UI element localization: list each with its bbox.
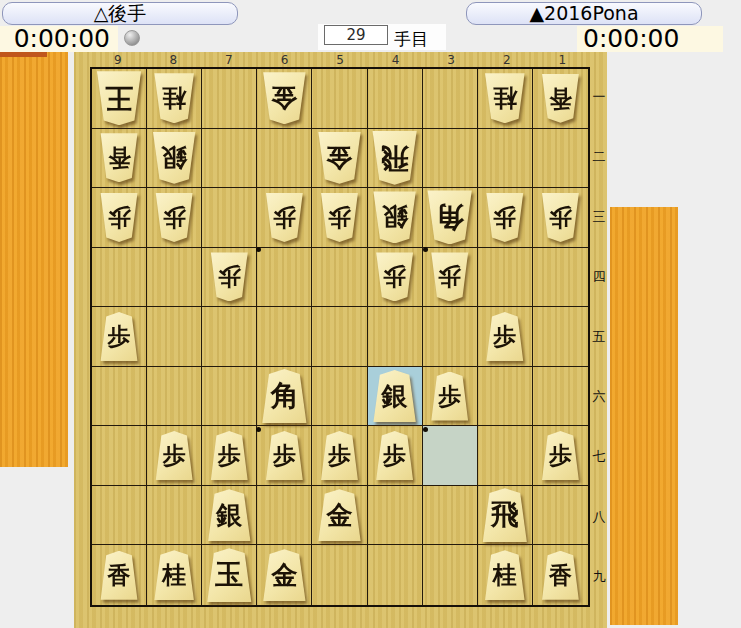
piece-kanji: 歩	[163, 444, 186, 467]
piece-kanji: 歩	[218, 444, 241, 467]
sente-piece-body: 桂	[153, 550, 196, 600]
gote-piece-body: 歩	[154, 193, 194, 242]
square-59[interactable]	[312, 545, 367, 605]
rank-label-9: 九	[591, 547, 607, 607]
piece-kanji: 銀	[161, 145, 187, 171]
square-12[interactable]	[533, 129, 588, 189]
gote-piece-body: 金	[316, 132, 362, 184]
file-label-3: 3	[423, 54, 479, 66]
file-coordinate-labels: 987654321	[90, 54, 590, 66]
square-89[interactable]: 桂	[147, 545, 202, 605]
rank-label-5: 五	[591, 307, 607, 367]
piece-gote-歩[interactable]: 歩	[430, 252, 470, 301]
gote-piece-body: 歩	[99, 193, 139, 242]
sente-piece-body: 香	[99, 551, 139, 600]
file-label-6: 6	[257, 54, 313, 66]
piece-gote-王[interactable]: 王	[95, 71, 143, 125]
piece-kanji: 金	[271, 85, 297, 111]
square-93[interactable]: 歩	[92, 188, 147, 248]
piece-sente-歩[interactable]: 歩	[154, 431, 194, 480]
gote-piece-body: 歩	[319, 193, 359, 242]
piece-kanji: 角	[270, 382, 298, 410]
piece-gote-金[interactable]: 金	[261, 72, 307, 124]
square-36[interactable]: 歩	[423, 367, 478, 427]
gote-piece-body: 香	[99, 133, 139, 182]
piece-gote-歩[interactable]: 歩	[375, 252, 415, 301]
piece-kanji: 角	[436, 203, 464, 231]
star-point	[423, 247, 428, 252]
piece-kanji: 香	[549, 564, 572, 587]
gote-piece-body: 銀	[151, 132, 197, 184]
sente-piece-body: 玉	[205, 548, 253, 602]
square-56[interactable]	[312, 367, 367, 427]
rank-label-7: 七	[591, 427, 607, 487]
piece-kanji: 銀	[382, 204, 408, 230]
piece-kanji: 歩	[493, 206, 516, 229]
piece-gote-歩[interactable]: 歩	[319, 193, 359, 242]
square-63[interactable]: 歩	[257, 188, 312, 248]
sente-piece-body: 銀	[372, 370, 418, 422]
square-58[interactable]: 金	[312, 486, 367, 546]
square-76[interactable]	[202, 367, 257, 427]
piece-kanji: 桂	[493, 563, 517, 587]
piece-kanji: 歩	[383, 444, 406, 467]
board-grid: 王桂金桂香香銀金飛歩歩歩歩銀角歩歩歩歩歩歩歩角銀歩歩歩歩歩歩歩銀金飛香桂玉金桂香	[90, 67, 590, 607]
square-94[interactable]	[92, 248, 147, 308]
piece-kanji: 飛	[381, 144, 409, 172]
square-74[interactable]: 歩	[202, 248, 257, 308]
piece-sente-歩[interactable]: 歩	[264, 431, 304, 480]
piece-sente-香[interactable]: 香	[540, 551, 580, 600]
piece-kanji: 桂	[162, 86, 186, 110]
square-64[interactable]	[257, 248, 312, 308]
square-54[interactable]	[312, 248, 367, 308]
gote-piece-stand[interactable]	[0, 52, 68, 467]
sente-piece-body: 歩	[209, 431, 249, 480]
gote-piece-body: 銀	[372, 191, 418, 243]
piece-sente-歩[interactable]: 歩	[430, 372, 470, 421]
square-32[interactable]	[423, 129, 478, 189]
piece-kanji: 歩	[438, 385, 461, 408]
square-41[interactable]	[368, 69, 423, 129]
square-15[interactable]	[533, 307, 588, 367]
move-counter-label: 手目	[394, 29, 428, 49]
rank-coordinate-labels: 一二三四五六七八九	[591, 67, 607, 607]
piece-gote-歩[interactable]: 歩	[154, 193, 194, 242]
sente-piece-body: 角	[260, 369, 308, 423]
move-number-display: 29	[324, 25, 388, 45]
piece-kanji: 歩	[163, 206, 186, 229]
square-13[interactable]: 歩	[533, 188, 588, 248]
piece-kanji: 歩	[108, 325, 131, 348]
gote-piece-body: 桂	[153, 73, 196, 123]
piece-kanji: 香	[108, 564, 131, 587]
piece-kanji: 銀	[382, 383, 408, 409]
piece-gote-桂[interactable]: 桂	[483, 73, 526, 123]
shogi-app-window: △後手 ▲2016Pona 0:00:00 0:00:00 29 手目 9876…	[0, 0, 741, 628]
file-label-8: 8	[146, 54, 202, 66]
square-92[interactable]: 香	[92, 129, 147, 189]
sente-piece-body: 歩	[99, 312, 139, 361]
sente-name-plate: ▲2016Pona	[466, 2, 702, 25]
square-66[interactable]: 角	[257, 367, 312, 427]
square-83[interactable]: 歩	[147, 188, 202, 248]
square-44[interactable]: 歩	[368, 248, 423, 308]
square-35[interactable]	[423, 307, 478, 367]
square-29[interactable]: 桂	[478, 545, 533, 605]
piece-sente-角[interactable]: 角	[260, 369, 308, 423]
square-61[interactable]: 金	[257, 69, 312, 129]
piece-kanji: 歩	[438, 265, 461, 288]
piece-gote-角[interactable]: 角	[426, 190, 474, 244]
square-38[interactable]	[423, 486, 478, 546]
gote-piece-body: 歩	[485, 193, 525, 242]
file-label-7: 7	[201, 54, 257, 66]
piece-sente-玉[interactable]: 玉	[205, 548, 253, 602]
piece-kanji: 歩	[273, 206, 296, 229]
sente-piece-body: 桂	[483, 550, 526, 600]
square-87[interactable]: 歩	[147, 426, 202, 486]
square-79[interactable]: 玉	[202, 545, 257, 605]
gote-piece-body: 歩	[264, 193, 304, 242]
square-73[interactable]	[202, 188, 257, 248]
piece-kanji: 飛	[491, 501, 519, 529]
rank-label-3: 三	[591, 187, 607, 247]
square-21[interactable]: 桂	[478, 69, 533, 129]
file-label-9: 9	[90, 54, 146, 66]
square-65[interactable]	[257, 307, 312, 367]
sente-piece-body: 金	[316, 489, 362, 541]
piece-kanji: 歩	[549, 444, 572, 467]
square-67[interactable]: 歩	[257, 426, 312, 486]
piece-sente-歩[interactable]: 歩	[540, 431, 580, 480]
square-96[interactable]	[92, 367, 147, 427]
square-46[interactable]: 銀	[368, 367, 423, 427]
gote-piece-body: 香	[540, 74, 580, 123]
sente-piece-body: 歩	[375, 431, 415, 480]
piece-sente-桂[interactable]: 桂	[483, 550, 526, 600]
square-18[interactable]	[533, 486, 588, 546]
piece-kanji: 歩	[383, 265, 406, 288]
square-71[interactable]	[202, 69, 257, 129]
square-72[interactable]	[202, 129, 257, 189]
square-77[interactable]: 歩	[202, 426, 257, 486]
star-point	[256, 427, 261, 432]
square-57[interactable]: 歩	[312, 426, 367, 486]
rank-label-2: 二	[591, 127, 607, 187]
square-86[interactable]	[147, 367, 202, 427]
square-68[interactable]	[257, 486, 312, 546]
piece-gote-銀[interactable]: 銀	[151, 132, 197, 184]
piece-kanji: 歩	[273, 444, 296, 467]
sente-piece-body: 歩	[485, 312, 525, 361]
piece-stand-edge	[0, 52, 47, 57]
piece-sente-歩[interactable]: 歩	[485, 312, 525, 361]
turn-indicator-lamp-icon	[124, 30, 140, 46]
sente-clock: 0:00:00	[577, 26, 723, 52]
gote-piece-body: 歩	[209, 252, 249, 301]
square-24[interactable]	[478, 248, 533, 308]
sente-piece-stand[interactable]	[610, 207, 678, 625]
square-91[interactable]: 王	[92, 69, 147, 129]
square-69[interactable]: 金	[257, 545, 312, 605]
piece-kanji: 歩	[328, 444, 351, 467]
piece-sente-銀[interactable]: 銀	[206, 489, 252, 541]
sente-piece-body: 歩	[154, 431, 194, 480]
rank-label-1: 一	[591, 67, 607, 127]
square-47[interactable]: 歩	[368, 426, 423, 486]
piece-kanji: 桂	[162, 563, 186, 587]
gote-piece-body: 歩	[430, 252, 470, 301]
rank-label-8: 八	[591, 487, 607, 547]
piece-sente-金[interactable]: 金	[316, 489, 362, 541]
piece-sente-銀[interactable]: 銀	[372, 370, 418, 422]
square-48[interactable]	[368, 486, 423, 546]
square-19[interactable]: 香	[533, 545, 588, 605]
gote-piece-body: 飛	[371, 131, 419, 185]
star-point	[423, 427, 428, 432]
square-33[interactable]: 角	[423, 188, 478, 248]
square-82[interactable]: 銀	[147, 129, 202, 189]
square-85[interactable]	[147, 307, 202, 367]
piece-kanji: 金	[326, 145, 352, 171]
piece-gote-香[interactable]: 香	[540, 74, 580, 123]
gote-piece-body: 歩	[540, 193, 580, 242]
piece-gote-歩[interactable]: 歩	[264, 193, 304, 242]
piece-kanji: 金	[326, 502, 352, 528]
square-97[interactable]	[92, 426, 147, 486]
piece-kanji: 香	[108, 146, 131, 169]
square-31[interactable]	[423, 69, 478, 129]
square-75[interactable]	[202, 307, 257, 367]
square-16[interactable]	[533, 367, 588, 427]
gote-piece-body: 桂	[483, 73, 526, 123]
piece-kanji: 桂	[493, 86, 517, 110]
square-53[interactable]: 歩	[312, 188, 367, 248]
piece-kanji: 香	[549, 87, 572, 110]
file-label-1: 1	[535, 54, 591, 66]
square-84[interactable]	[147, 248, 202, 308]
square-25[interactable]: 歩	[478, 307, 533, 367]
piece-gote-香[interactable]: 香	[99, 133, 139, 182]
square-62[interactable]	[257, 129, 312, 189]
piece-kanji: 玉	[215, 561, 243, 589]
piece-kanji: 王	[105, 84, 133, 112]
square-88[interactable]	[147, 486, 202, 546]
square-52[interactable]: 金	[312, 129, 367, 189]
rank-label-6: 六	[591, 367, 607, 427]
gote-piece-body: 歩	[375, 252, 415, 301]
square-55[interactable]	[312, 307, 367, 367]
piece-kanji: 歩	[218, 265, 241, 288]
square-99[interactable]: 香	[92, 545, 147, 605]
sente-piece-body: 歩	[319, 431, 359, 480]
piece-sente-桂[interactable]: 桂	[153, 550, 196, 600]
square-95[interactable]: 歩	[92, 307, 147, 367]
gote-piece-body: 金	[261, 72, 307, 124]
star-point	[256, 247, 261, 252]
square-34[interactable]: 歩	[423, 248, 478, 308]
piece-gote-金[interactable]: 金	[316, 132, 362, 184]
file-label-5: 5	[312, 54, 368, 66]
square-45[interactable]	[368, 307, 423, 367]
gote-piece-body: 王	[95, 71, 143, 125]
square-11[interactable]: 香	[533, 69, 588, 129]
piece-kanji: 歩	[549, 206, 572, 229]
piece-kanji: 歩	[108, 206, 131, 229]
piece-gote-銀[interactable]: 銀	[372, 191, 418, 243]
gote-name-label: △後手	[94, 4, 147, 23]
piece-sente-歩[interactable]: 歩	[319, 431, 359, 480]
sente-name-label: ▲2016Pona	[529, 4, 638, 23]
piece-gote-歩[interactable]: 歩	[485, 193, 525, 242]
square-98[interactable]	[92, 486, 147, 546]
piece-kanji: 銀	[216, 502, 242, 528]
piece-gote-歩[interactable]: 歩	[209, 252, 249, 301]
square-27[interactable]	[478, 426, 533, 486]
square-78[interactable]: 銀	[202, 486, 257, 546]
gote-name-plate: △後手	[2, 2, 238, 25]
square-42[interactable]: 飛	[368, 129, 423, 189]
file-label-2: 2	[479, 54, 535, 66]
piece-gote-桂[interactable]: 桂	[153, 73, 196, 123]
square-28[interactable]: 飛	[478, 486, 533, 546]
piece-kanji: 歩	[493, 325, 516, 348]
piece-sente-金[interactable]: 金	[261, 549, 307, 601]
square-26[interactable]	[478, 367, 533, 427]
square-51[interactable]	[312, 69, 367, 129]
piece-sente-歩[interactable]: 歩	[99, 312, 139, 361]
piece-gote-歩[interactable]: 歩	[99, 193, 139, 242]
sente-piece-body: 飛	[481, 488, 529, 542]
rank-label-4: 四	[591, 247, 607, 307]
sente-piece-body: 銀	[206, 489, 252, 541]
piece-gote-飛[interactable]: 飛	[371, 131, 419, 185]
square-49[interactable]	[368, 545, 423, 605]
piece-sente-歩[interactable]: 歩	[375, 431, 415, 480]
sente-piece-body: 歩	[430, 372, 470, 421]
piece-sente-香[interactable]: 香	[99, 551, 139, 600]
gote-clock: 0:00:00	[0, 26, 118, 52]
sente-piece-body: 香	[540, 551, 580, 600]
square-81[interactable]: 桂	[147, 69, 202, 129]
sente-piece-body: 歩	[540, 431, 580, 480]
square-39[interactable]	[423, 545, 478, 605]
sente-piece-body: 歩	[264, 431, 304, 480]
file-label-4: 4	[368, 54, 424, 66]
square-17[interactable]: 歩	[533, 426, 588, 486]
square-43[interactable]: 銀	[368, 188, 423, 248]
piece-sente-歩[interactable]: 歩	[209, 431, 249, 480]
gote-piece-body: 角	[426, 190, 474, 244]
square-37[interactable]	[423, 426, 478, 486]
square-23[interactable]: 歩	[478, 188, 533, 248]
piece-kanji: 金	[271, 562, 297, 588]
piece-kanji: 歩	[328, 206, 351, 229]
square-22[interactable]	[478, 129, 533, 189]
piece-sente-飛[interactable]: 飛	[481, 488, 529, 542]
piece-gote-歩[interactable]: 歩	[540, 193, 580, 242]
sente-piece-body: 金	[261, 549, 307, 601]
square-14[interactable]	[533, 248, 588, 308]
